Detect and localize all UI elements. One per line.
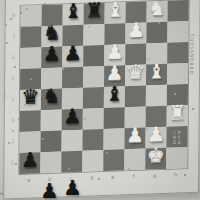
square-a6[interactable] [20,47,41,69]
captured-black-pawn-1[interactable]: ♟ [40,181,59,200]
square-a8[interactable] [21,5,42,27]
square-c5[interactable] [62,67,83,89]
square-e8[interactable]: ♝ [105,2,126,24]
file-label-a: a [18,174,39,185]
square-e3[interactable] [104,107,125,129]
chess-board: 87654321 ♝♜♝♞♞♟♟♟♟♟♛♝♛♞♝♟♜♟♟♘♕♔♗♖♙♟♚ abc… [3,0,200,200]
square-a1[interactable]: ♟ [19,152,40,174]
square-e1[interactable] [103,149,124,171]
piece-black-pawn[interactable]: ♟ [19,149,40,171]
piece-black-pawn[interactable]: ♟ [62,43,83,65]
square-b1[interactable] [40,152,61,174]
board-logo-emblem: ♘♕♔♗♖♙ [166,126,187,148]
piece-black-rook[interactable]: ♜ [84,0,105,22]
captured-black-pawn-2[interactable]: ♟ [63,178,82,198]
square-d3[interactable] [83,108,104,130]
square-e2[interactable] [103,128,124,150]
square-h2[interactable]: ♘♕♔♗♖♙ [166,126,187,148]
file-label-f: f [123,171,144,182]
square-f7[interactable]: ♟ [125,22,146,44]
file-label-g: g [144,170,165,181]
rank-label-3: 3 [8,110,18,131]
square-a4[interactable]: ♛ [20,89,41,111]
square-g8[interactable]: ♞ [147,1,168,23]
square-h3[interactable]: ♜ [167,105,188,127]
square-c2[interactable] [61,130,82,152]
piece-white-queen[interactable]: ♛ [125,62,146,84]
rank-label-2: 2 [8,131,18,152]
square-c6[interactable]: ♟ [62,46,83,68]
chessboard-photo: { "game": "chess", "scene_type": "overhe… [0,0,200,200]
square-d5[interactable] [83,66,104,88]
piece-white-rook[interactable]: ♜ [167,102,188,124]
square-h5[interactable] [167,63,188,85]
square-b2[interactable] [40,131,61,153]
square-b3[interactable] [41,109,62,131]
rank-labels: 87654321 [7,5,18,174]
square-e4[interactable]: ♝ [104,86,125,108]
square-g1[interactable]: ♚ [145,148,166,170]
square-d1[interactable] [82,150,103,172]
square-a3[interactable] [20,110,41,132]
piece-black-queen[interactable]: ♛ [20,86,41,108]
square-h6[interactable] [167,42,188,64]
file-label-h: h [165,169,186,180]
square-a7[interactable] [20,26,41,48]
square-h1[interactable] [166,147,187,169]
piece-white-pawn[interactable]: ♟ [124,125,145,147]
square-g5[interactable]: ♝ [146,64,167,86]
rank-label-4: 4 [8,89,18,110]
square-d6[interactable] [83,45,104,67]
dust-speckles [0,0,2,2]
piece-white-knight[interactable]: ♞ [147,0,168,19]
square-b6[interactable]: ♟ [41,46,62,68]
square-d8[interactable]: ♜ [84,3,105,25]
square-f2[interactable]: ♟ [124,128,145,150]
file-label-d: d [81,172,102,183]
piece-black-pawn[interactable]: ♟ [41,43,62,65]
rank-label-5: 5 [8,68,18,89]
piece-white-bishop[interactable]: ♝ [105,0,126,21]
square-b4[interactable]: ♞ [41,88,62,110]
piece-white-king[interactable]: ♚ [145,145,166,167]
rank-label-1: 1 [7,152,17,173]
square-f5[interactable]: ♛ [125,65,146,87]
board-brand-text: CHESSBOARD [189,34,195,94]
square-d4[interactable] [83,87,104,109]
square-h7[interactable] [167,21,188,43]
piece-black-bishop[interactable]: ♝ [104,83,125,105]
logo-glyph-row: ♖♙ [172,139,181,144]
rank-label-6: 6 [8,47,18,68]
square-d2[interactable] [82,129,103,151]
rank-label-7: 7 [8,26,18,47]
square-f4[interactable] [125,86,146,108]
square-c8[interactable]: ♝ [63,4,84,26]
rank-label-8: 8 [9,5,19,26]
piece-black-bishop[interactable]: ♝ [63,1,84,23]
square-h8[interactable] [168,0,189,22]
file-label-e: e [102,171,123,182]
board-squares: ♝♜♝♞♞♟♟♟♟♟♛♝♛♞♝♟♜♟♟♘♕♔♗♖♙♟♚ [18,0,189,175]
square-f1[interactable] [124,149,145,171]
square-c1[interactable] [61,151,82,173]
piece-black-knight[interactable]: ♞ [41,85,62,107]
square-c3[interactable]: ♟ [62,109,83,131]
square-d7[interactable] [83,24,104,46]
square-g4[interactable] [146,85,167,107]
piece-white-pawn[interactable]: ♟ [125,19,146,41]
square-g7[interactable] [146,22,167,44]
piece-black-pawn[interactable]: ♟ [62,106,83,128]
piece-white-bishop[interactable]: ♝ [146,61,167,83]
